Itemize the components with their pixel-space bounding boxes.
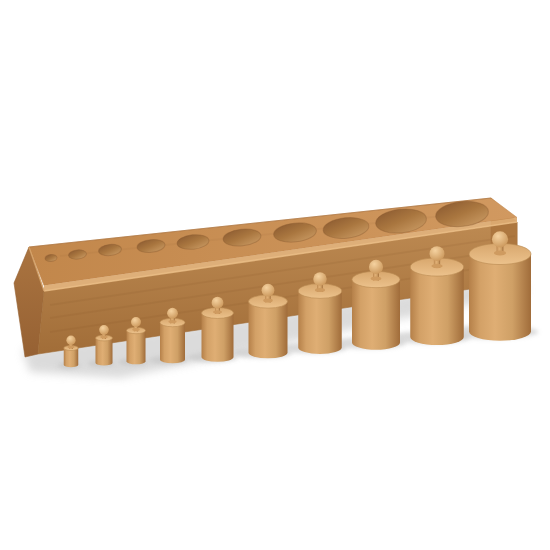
knob-flare xyxy=(315,288,325,292)
cylinder-10 xyxy=(469,231,531,340)
cylinder-body xyxy=(64,348,79,367)
knob-flare xyxy=(132,328,139,331)
cylinder-body xyxy=(96,338,113,366)
cylinder-body xyxy=(410,267,464,345)
knob-flare xyxy=(263,299,273,303)
cylinder-body xyxy=(469,254,531,341)
knob-ball xyxy=(131,317,141,327)
knob-flare xyxy=(68,346,75,349)
cylinder-body xyxy=(160,323,185,364)
product-photo xyxy=(0,0,550,550)
cylinder-body xyxy=(249,302,288,359)
montessori-cylinder-block-scene xyxy=(0,0,550,550)
knob-ball xyxy=(212,297,224,309)
knob-ball xyxy=(430,246,445,261)
cylinder-body xyxy=(127,331,146,365)
knob-ball xyxy=(167,308,178,319)
knob-flare xyxy=(494,251,506,256)
knob-ball xyxy=(262,284,275,297)
knob-flare xyxy=(213,310,222,314)
knob-flare xyxy=(371,276,382,280)
cylinder-body xyxy=(202,313,234,362)
knob-ball xyxy=(369,260,383,274)
knob-flare xyxy=(100,336,107,339)
cylinder-8 xyxy=(352,260,400,350)
cylinder-body xyxy=(298,291,342,354)
knob-ball xyxy=(313,272,326,285)
knob-ball xyxy=(66,336,75,345)
cylinder-9 xyxy=(410,246,464,345)
knob-flare xyxy=(168,320,176,323)
knob-ball xyxy=(99,325,109,335)
cylinder-body xyxy=(352,280,400,350)
knob-flare xyxy=(431,264,442,268)
knob-ball xyxy=(492,231,508,247)
